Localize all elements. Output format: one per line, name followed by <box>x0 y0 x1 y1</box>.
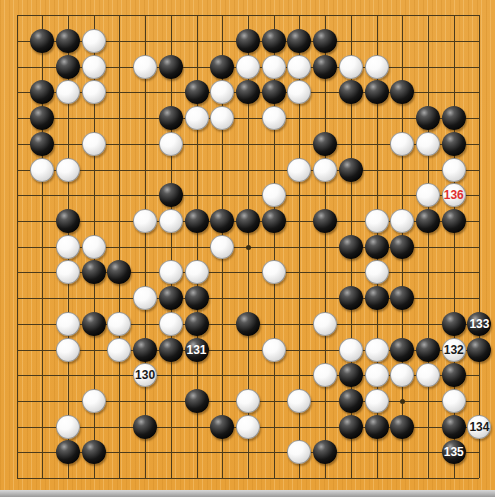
stone-white[interactable] <box>56 338 80 362</box>
stone-black[interactable] <box>390 415 414 439</box>
stone-black[interactable] <box>467 338 491 362</box>
stone-white[interactable]: 136 <box>442 183 466 207</box>
stone-white[interactable] <box>107 338 131 362</box>
stone-black[interactable]: 133 <box>467 312 491 336</box>
stone-white[interactable] <box>416 132 440 156</box>
goban[interactable]: 136133131132130134135 <box>0 0 495 490</box>
stone-white[interactable] <box>133 209 157 233</box>
stone-white[interactable] <box>313 158 337 182</box>
stone-white[interactable] <box>365 260 389 284</box>
stone-white[interactable] <box>133 286 157 310</box>
stone-black[interactable] <box>390 235 414 259</box>
stone-white[interactable] <box>82 80 106 104</box>
stone-white[interactable] <box>365 363 389 387</box>
stone-white[interactable] <box>442 158 466 182</box>
grid-line-vertical <box>428 15 429 478</box>
stone-black[interactable] <box>390 80 414 104</box>
stone-black[interactable] <box>56 209 80 233</box>
stone-white[interactable] <box>30 158 54 182</box>
stone-black[interactable] <box>159 106 183 130</box>
stone-white[interactable] <box>442 389 466 413</box>
go-game-screenshot: 136133131132130134135 <box>0 0 495 497</box>
stone-black[interactable] <box>365 80 389 104</box>
stone-black[interactable] <box>82 312 106 336</box>
stone-white[interactable] <box>56 260 80 284</box>
stone-white[interactable] <box>159 312 183 336</box>
stone-black[interactable] <box>159 286 183 310</box>
stone-black[interactable] <box>133 415 157 439</box>
stone-black[interactable] <box>365 235 389 259</box>
stone-white[interactable] <box>159 209 183 233</box>
stone-white[interactable] <box>339 55 363 79</box>
stone-white[interactable] <box>416 363 440 387</box>
stone-black[interactable] <box>30 80 54 104</box>
stone-white[interactable] <box>365 389 389 413</box>
move-number-label: 134 <box>469 421 489 433</box>
grid-line-vertical <box>325 15 326 478</box>
stone-white[interactable] <box>210 106 234 130</box>
stone-black[interactable] <box>82 260 106 284</box>
stone-white[interactable] <box>56 415 80 439</box>
stone-black[interactable] <box>339 158 363 182</box>
stone-black[interactable] <box>185 209 209 233</box>
stone-white[interactable] <box>82 235 106 259</box>
stone-black[interactable] <box>442 209 466 233</box>
stone-white[interactable] <box>56 235 80 259</box>
stone-white[interactable] <box>416 183 440 207</box>
stone-white[interactable] <box>287 55 311 79</box>
stone-black[interactable] <box>56 440 80 464</box>
stone-black[interactable] <box>442 363 466 387</box>
stone-black[interactable] <box>56 55 80 79</box>
stone-white[interactable] <box>159 132 183 156</box>
stone-black[interactable] <box>30 29 54 53</box>
stone-black[interactable] <box>107 260 131 284</box>
stone-black[interactable] <box>339 415 363 439</box>
stone-black[interactable] <box>339 80 363 104</box>
stone-black[interactable] <box>262 80 286 104</box>
stone-white[interactable] <box>82 389 106 413</box>
stone-black[interactable] <box>185 286 209 310</box>
stone-black[interactable] <box>390 286 414 310</box>
stone-black[interactable] <box>236 209 260 233</box>
stone-black[interactable] <box>236 312 260 336</box>
grid-line-vertical <box>479 15 480 478</box>
stone-black[interactable] <box>339 389 363 413</box>
stone-white[interactable] <box>236 55 260 79</box>
stone-black[interactable] <box>236 80 260 104</box>
stone-white[interactable] <box>287 158 311 182</box>
grid-line-horizontal <box>17 478 480 479</box>
stone-black[interactable] <box>442 132 466 156</box>
stone-white[interactable] <box>287 389 311 413</box>
stone-black[interactable] <box>313 132 337 156</box>
stone-white[interactable] <box>56 158 80 182</box>
stone-black[interactable] <box>185 312 209 336</box>
stone-white[interactable] <box>262 338 286 362</box>
stone-white[interactable] <box>313 363 337 387</box>
stone-black[interactable] <box>133 338 157 362</box>
stone-white[interactable] <box>107 312 131 336</box>
stone-black[interactable] <box>313 29 337 53</box>
stone-black[interactable] <box>442 312 466 336</box>
stone-black[interactable] <box>185 80 209 104</box>
stone-white[interactable]: 134 <box>467 415 491 439</box>
move-number-label: 133 <box>469 318 489 330</box>
stone-white[interactable] <box>56 80 80 104</box>
stone-black[interactable] <box>416 106 440 130</box>
stone-black[interactable] <box>210 55 234 79</box>
stone-black[interactable] <box>56 29 80 53</box>
stone-white[interactable] <box>262 106 286 130</box>
move-number-label: 131 <box>187 344 207 356</box>
window-edge <box>0 490 495 497</box>
stone-white[interactable] <box>210 235 234 259</box>
stone-white[interactable]: 132 <box>442 338 466 362</box>
stone-black[interactable] <box>210 209 234 233</box>
stone-white[interactable] <box>210 80 234 104</box>
stone-black[interactable] <box>236 29 260 53</box>
move-number-label: 130 <box>135 369 155 381</box>
stone-white[interactable] <box>365 209 389 233</box>
stone-black[interactable] <box>30 106 54 130</box>
hoshi-star-point <box>246 245 251 250</box>
stone-white[interactable] <box>133 55 157 79</box>
stone-black[interactable] <box>262 209 286 233</box>
move-number-label: 135 <box>444 446 464 458</box>
stone-black[interactable] <box>442 415 466 439</box>
stone-black[interactable] <box>30 132 54 156</box>
stone-black[interactable] <box>159 55 183 79</box>
stone-black[interactable] <box>365 286 389 310</box>
stone-black[interactable] <box>313 209 337 233</box>
stone-white[interactable] <box>390 132 414 156</box>
stone-black[interactable] <box>416 338 440 362</box>
stone-black[interactable] <box>442 106 466 130</box>
hoshi-star-point <box>400 399 405 404</box>
stone-white[interactable] <box>236 389 260 413</box>
stone-white[interactable] <box>262 183 286 207</box>
stone-black[interactable]: 131 <box>185 338 209 362</box>
stone-black[interactable] <box>82 440 106 464</box>
stone-black[interactable] <box>159 183 183 207</box>
stone-white[interactable] <box>185 260 209 284</box>
stone-black[interactable] <box>390 338 414 362</box>
stone-black[interactable] <box>416 209 440 233</box>
stone-white[interactable] <box>56 312 80 336</box>
stone-black[interactable] <box>210 415 234 439</box>
stone-white[interactable] <box>262 260 286 284</box>
stone-black[interactable] <box>365 415 389 439</box>
stone-white[interactable] <box>365 338 389 362</box>
stone-white[interactable] <box>82 29 106 53</box>
stone-black[interactable] <box>262 29 286 53</box>
stone-black[interactable] <box>339 286 363 310</box>
move-number-label: 132 <box>444 344 464 356</box>
stone-white[interactable] <box>185 106 209 130</box>
stone-white[interactable] <box>390 363 414 387</box>
stone-white[interactable] <box>287 80 311 104</box>
stone-white[interactable] <box>313 312 337 336</box>
stone-white[interactable] <box>236 415 260 439</box>
stone-white[interactable] <box>365 55 389 79</box>
last-move-number-label: 136 <box>444 189 464 201</box>
stone-black[interactable] <box>339 235 363 259</box>
stone-black[interactable] <box>313 440 337 464</box>
stone-white[interactable]: 130 <box>133 363 157 387</box>
stone-white[interactable] <box>262 55 286 79</box>
stone-white[interactable] <box>390 209 414 233</box>
stone-black[interactable] <box>159 338 183 362</box>
stone-white[interactable] <box>287 440 311 464</box>
stone-white[interactable] <box>159 260 183 284</box>
stone-white[interactable] <box>82 132 106 156</box>
stone-black[interactable] <box>339 363 363 387</box>
stone-white[interactable] <box>339 338 363 362</box>
stone-black[interactable] <box>287 29 311 53</box>
stone-black[interactable] <box>185 389 209 413</box>
stone-white[interactable] <box>82 55 106 79</box>
stone-black[interactable] <box>313 55 337 79</box>
stone-black[interactable]: 135 <box>442 440 466 464</box>
